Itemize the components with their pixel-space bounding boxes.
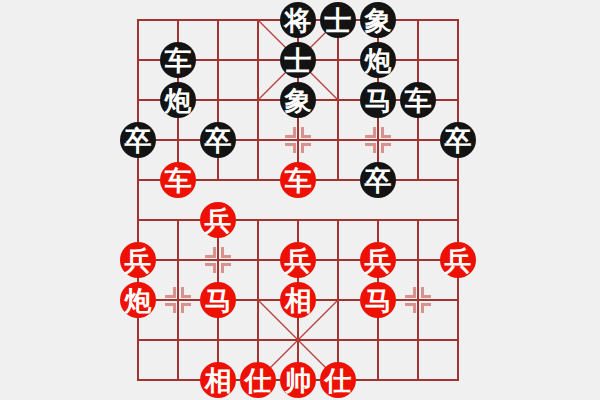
black-elephant[interactable]: 象 — [360, 2, 396, 38]
red-horse[interactable]: 马 — [200, 282, 236, 318]
red-soldier[interactable]: 兵 — [200, 202, 236, 238]
red-horse[interactable]: 马 — [360, 282, 396, 318]
red-chariot[interactable]: 车 — [280, 162, 316, 198]
black-soldier[interactable]: 卒 — [360, 162, 396, 198]
red-cannon[interactable]: 炮 — [120, 282, 156, 318]
red-elephant[interactable]: 相 — [200, 362, 236, 398]
red-advisor[interactable]: 仕 — [240, 362, 276, 398]
black-soldier[interactable]: 卒 — [440, 122, 476, 158]
red-soldier[interactable]: 兵 — [120, 242, 156, 278]
black-advisor[interactable]: 士 — [320, 2, 356, 38]
red-advisor[interactable]: 仕 — [320, 362, 356, 398]
black-advisor[interactable]: 士 — [280, 42, 316, 78]
red-soldier[interactable]: 兵 — [440, 242, 476, 278]
red-elephant[interactable]: 相 — [280, 282, 316, 318]
black-general[interactable]: 将 — [280, 2, 316, 38]
red-soldier[interactable]: 兵 — [280, 242, 316, 278]
black-elephant[interactable]: 象 — [280, 82, 316, 118]
black-chariot[interactable]: 车 — [160, 42, 196, 78]
xiangqi-app: 将士象车士炮炮象马车卒卒卒卒车车兵兵兵兵兵炮马相马相仕帅仕 — [0, 0, 600, 400]
black-soldier[interactable]: 卒 — [200, 122, 236, 158]
red-general[interactable]: 帅 — [280, 362, 316, 398]
black-soldier[interactable]: 卒 — [120, 122, 156, 158]
black-chariot[interactable]: 车 — [400, 82, 436, 118]
xiangqi-board[interactable]: 将士象车士炮炮象马车卒卒卒卒车车兵兵兵兵兵炮马相马相仕帅仕 — [0, 0, 600, 400]
red-chariot[interactable]: 车 — [160, 162, 196, 198]
black-cannon[interactable]: 炮 — [160, 82, 196, 118]
black-horse[interactable]: 马 — [360, 82, 396, 118]
black-cannon[interactable]: 炮 — [360, 42, 396, 78]
red-soldier[interactable]: 兵 — [360, 242, 396, 278]
